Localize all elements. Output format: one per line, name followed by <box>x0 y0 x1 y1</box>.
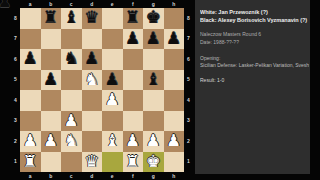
black-bishop-c8: ♝ <box>64 10 79 27</box>
rank-label-left-5: 5 <box>11 70 20 91</box>
square-b3[interactable] <box>41 111 62 132</box>
event-line: Naleczow Masters Round 6 <box>200 31 309 37</box>
file-label-bottom-f: f <box>123 172 144 180</box>
square-b1[interactable] <box>41 152 62 173</box>
chess-board: ♜♝♛♜♚♟♟♟♟♞♟♟♞♟♝♟♟♟♟♞♝♟♟♟♜♛♜♚ <box>20 8 184 172</box>
square-b8[interactable]: ♜ <box>41 8 62 29</box>
white-pawn-b2: ♟ <box>43 133 58 150</box>
square-c2[interactable]: ♞ <box>61 131 82 152</box>
square-f6[interactable] <box>123 49 144 70</box>
rank-label-right-8: 8 <box>184 8 193 29</box>
game-info-panel: White: Jan Przewoznik (?) Black: Alexey … <box>195 0 310 174</box>
black-pawn-b5: ♟ <box>43 71 58 88</box>
square-d4[interactable] <box>82 90 103 111</box>
square-a1[interactable]: ♜ <box>20 152 41 173</box>
square-b5[interactable]: ♟ <box>41 70 62 91</box>
file-label-top-a: a <box>20 0 41 8</box>
app-window: ♟ abcdefgh 87654321 ♜♝♛♜♚♟♟♟♟♞♟♟♞♟♝♟♟♟♟♞… <box>0 0 320 180</box>
square-f2[interactable]: ♟ <box>123 131 144 152</box>
opening-label: Opening: <box>200 55 309 61</box>
square-f8[interactable]: ♜ <box>123 8 144 29</box>
square-a2[interactable]: ♟ <box>20 131 41 152</box>
square-g8[interactable]: ♚ <box>143 8 164 29</box>
white-rook-a1: ♜ <box>23 153 38 170</box>
square-c4[interactable] <box>61 90 82 111</box>
rank-label-right-7: 7 <box>184 29 193 50</box>
white-rook-f1: ♜ <box>125 153 140 170</box>
square-f7[interactable]: ♟ <box>123 29 144 50</box>
square-a6[interactable]: ♟ <box>20 49 41 70</box>
square-c7[interactable] <box>61 29 82 50</box>
square-g1[interactable]: ♚ <box>143 152 164 173</box>
rank-label-right-4: 4 <box>184 90 193 111</box>
square-f1[interactable]: ♜ <box>123 152 144 173</box>
square-g3[interactable] <box>143 111 164 132</box>
rank-label-left-7: 7 <box>11 29 20 50</box>
rank-label-left-3: 3 <box>11 111 20 132</box>
black-queen-d8: ♛ <box>84 10 99 27</box>
square-f3[interactable] <box>123 111 144 132</box>
file-label-bottom-d: d <box>82 172 103 180</box>
file-labels-top: abcdefgh <box>20 0 184 8</box>
rank-label-right-3: 3 <box>184 111 193 132</box>
square-b6[interactable] <box>41 49 62 70</box>
rank-labels-left: 87654321 <box>11 8 20 172</box>
date-line: Date: 1988-??-?? <box>200 39 309 45</box>
rank-label-left-4: 4 <box>11 90 20 111</box>
file-label-top-e: e <box>102 0 123 8</box>
opening-name: Sicilian Defense: Lasker-Pelikan Variati… <box>200 62 309 68</box>
square-h7[interactable]: ♟ <box>164 29 185 50</box>
white-pawn-g2: ♟ <box>146 133 161 150</box>
file-label-bottom-c: c <box>61 172 82 180</box>
square-a8[interactable] <box>20 8 41 29</box>
rank-label-left-8: 8 <box>11 8 20 29</box>
square-h5[interactable] <box>164 70 185 91</box>
black-king-g8: ♚ <box>146 10 161 27</box>
white-pawn-f2: ♟ <box>125 133 140 150</box>
square-h1[interactable] <box>164 152 185 173</box>
file-label-top-d: d <box>82 0 103 8</box>
white-knight-d5: ♞ <box>84 71 99 88</box>
square-d1[interactable]: ♛ <box>82 152 103 173</box>
square-g6[interactable] <box>143 49 164 70</box>
square-g5[interactable]: ♝ <box>143 70 164 91</box>
file-label-bottom-b: b <box>41 172 62 180</box>
black-knight-c6: ♞ <box>64 51 79 68</box>
file-label-bottom-g: g <box>143 172 164 180</box>
rank-label-left-6: 6 <box>11 49 20 70</box>
white-king-g1: ♚ <box>146 153 161 170</box>
square-d3[interactable] <box>82 111 103 132</box>
square-c6[interactable]: ♞ <box>61 49 82 70</box>
square-b7[interactable] <box>41 29 62 50</box>
white-pawn-e4: ♟ <box>105 92 120 109</box>
black-bishop-g5: ♝ <box>146 71 161 88</box>
rank-label-right-6: 6 <box>184 49 193 70</box>
square-c5[interactable] <box>61 70 82 91</box>
square-e6[interactable] <box>102 49 123 70</box>
file-label-top-f: f <box>123 0 144 8</box>
black-player-line: Black: Alexey Borisovich Vyzmanavin (?) <box>200 17 309 24</box>
black-rook-f8: ♜ <box>125 10 140 27</box>
rank-label-right-5: 5 <box>184 70 193 91</box>
white-player-line: White: Jan Przewoznik (?) <box>200 9 309 16</box>
file-label-bottom-h: h <box>164 172 185 180</box>
square-a3[interactable] <box>20 111 41 132</box>
square-b2[interactable]: ♟ <box>41 131 62 152</box>
square-d2[interactable] <box>82 131 103 152</box>
black-pawn-g7: ♟ <box>146 30 161 47</box>
square-d8[interactable]: ♛ <box>82 8 103 29</box>
white-pawn-a2: ♟ <box>23 133 38 150</box>
square-c8[interactable]: ♝ <box>61 8 82 29</box>
square-d5[interactable]: ♞ <box>82 70 103 91</box>
white-bishop-e2: ♝ <box>105 133 120 150</box>
white-queen-d1: ♛ <box>84 153 99 170</box>
square-d7[interactable] <box>82 29 103 50</box>
file-labels-bottom: abcdefgh <box>20 172 184 180</box>
rank-label-right-1: 1 <box>184 152 193 173</box>
file-label-bottom-e: e <box>102 172 123 180</box>
square-h6[interactable] <box>164 49 185 70</box>
file-label-top-b: b <box>41 0 62 8</box>
square-a7[interactable] <box>20 29 41 50</box>
file-label-top-g: g <box>143 0 164 8</box>
square-c1[interactable] <box>61 152 82 173</box>
rank-label-left-2: 2 <box>11 131 20 152</box>
square-e8[interactable] <box>102 8 123 29</box>
square-g7[interactable]: ♟ <box>143 29 164 50</box>
black-pawn-h7: ♟ <box>166 30 181 47</box>
black-rook-b8: ♜ <box>43 10 58 27</box>
square-e3[interactable] <box>102 111 123 132</box>
square-d6[interactable]: ♟ <box>82 49 103 70</box>
square-h8[interactable] <box>164 8 185 29</box>
square-e4[interactable]: ♟ <box>102 90 123 111</box>
square-f4[interactable] <box>123 90 144 111</box>
square-g4[interactable] <box>143 90 164 111</box>
white-pawn-h2: ♟ <box>166 133 181 150</box>
black-pawn-a6: ♟ <box>23 51 38 68</box>
rank-label-right-2: 2 <box>184 131 193 152</box>
square-h3[interactable] <box>164 111 185 132</box>
rank-labels-right: 87654321 <box>184 8 193 172</box>
rank-label-left-1: 1 <box>11 152 20 173</box>
white-pawn-c3: ♟ <box>64 112 79 129</box>
result-line: Result: 1-0 <box>200 77 309 83</box>
file-label-bottom-a: a <box>20 172 41 180</box>
square-g2[interactable]: ♟ <box>143 131 164 152</box>
square-e1[interactable] <box>102 152 123 173</box>
corner-cutoff-piece-icon: ♟ <box>0 0 11 10</box>
black-pawn-e5: ♟ <box>105 71 120 88</box>
square-h4[interactable] <box>164 90 185 111</box>
black-pawn-d6: ♟ <box>84 51 99 68</box>
square-h2[interactable]: ♟ <box>164 131 185 152</box>
file-label-top-h: h <box>164 0 185 8</box>
file-label-top-c: c <box>61 0 82 8</box>
square-b4[interactable] <box>41 90 62 111</box>
square-e7[interactable] <box>102 29 123 50</box>
square-f5[interactable] <box>123 70 144 91</box>
white-knight-c2: ♞ <box>64 133 79 150</box>
square-a4[interactable] <box>20 90 41 111</box>
black-pawn-f7: ♟ <box>125 30 140 47</box>
square-a5[interactable] <box>20 70 41 91</box>
square-e5[interactable]: ♟ <box>102 70 123 91</box>
square-e2[interactable]: ♝ <box>102 131 123 152</box>
square-c3[interactable]: ♟ <box>61 111 82 132</box>
